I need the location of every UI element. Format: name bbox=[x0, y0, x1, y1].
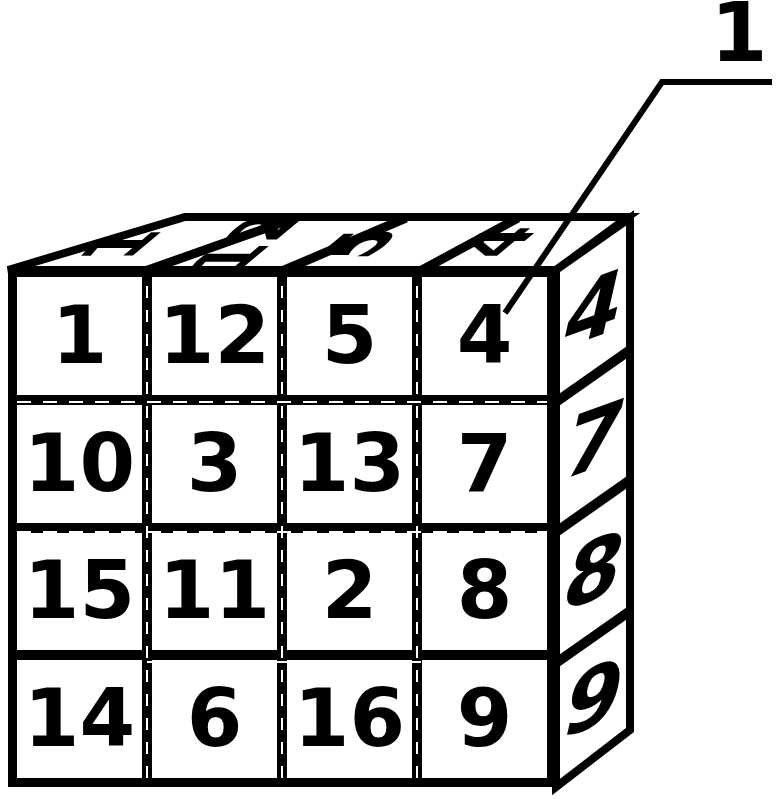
top-cell-2: 12 bbox=[166, 212, 328, 275]
top-cell-3: 5 bbox=[298, 228, 422, 259]
front-cell-r2c3: 13 bbox=[287, 405, 412, 523]
front-cell-r4c1: 14 bbox=[17, 660, 142, 778]
front-cell-r1c4: 4 bbox=[422, 277, 547, 395]
right-face-divider bbox=[556, 611, 630, 663]
front-cell-r4c4: 9 bbox=[422, 660, 547, 778]
top-face bbox=[8, 217, 628, 270]
front-cell-r2c2: 3 bbox=[152, 405, 277, 523]
seam-line bbox=[281, 277, 283, 778]
right-face bbox=[556, 218, 630, 787]
top-cell-1: 1 bbox=[58, 229, 182, 260]
front-cell-r3c2: 11 bbox=[152, 533, 277, 651]
right-cell-3: 8 bbox=[554, 509, 635, 634]
front-cell-r1c1: 1 bbox=[17, 277, 142, 395]
reference-numeral: 1 bbox=[703, 0, 775, 74]
seam-line bbox=[146, 277, 148, 778]
front-cell-r3c1: 15 bbox=[17, 533, 142, 651]
top-cell-4: 4 bbox=[436, 226, 560, 257]
front-face-grid: 1 12 5 4 10 3 13 7 15 11 2 8 14 6 16 9 bbox=[8, 268, 556, 787]
front-cell-r3c3: 2 bbox=[287, 533, 412, 651]
top-face-divider bbox=[420, 218, 518, 271]
front-cell-r2c4: 7 bbox=[422, 405, 547, 523]
right-cell-4: 9 bbox=[554, 636, 635, 761]
puzzle-cube-figure: 1 12 5 4 10 3 13 7 15 11 2 8 14 6 16 9 1… bbox=[0, 0, 782, 799]
front-cell-r4c2: 6 bbox=[152, 660, 277, 778]
right-cell-1: 4 bbox=[554, 247, 635, 372]
front-cell-r2c1: 10 bbox=[17, 405, 142, 523]
right-face-divider bbox=[556, 480, 630, 532]
front-cell-r1c3: 5 bbox=[287, 277, 412, 395]
right-cell-2: 7 bbox=[554, 378, 635, 503]
right-face-divider bbox=[556, 350, 630, 402]
front-cell-r1c2: 12 bbox=[152, 277, 277, 395]
top-face-divider bbox=[282, 218, 406, 271]
seam-line bbox=[416, 277, 418, 778]
front-cell-r3c4: 8 bbox=[422, 533, 547, 651]
front-cell-r4c3: 16 bbox=[287, 660, 412, 778]
top-face-divider bbox=[145, 218, 295, 271]
